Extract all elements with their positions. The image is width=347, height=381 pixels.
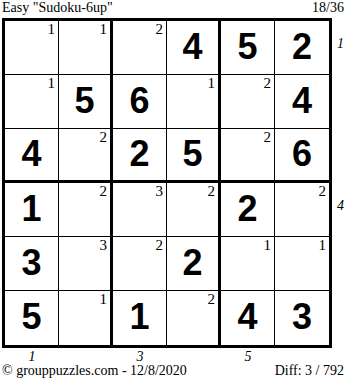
- cell-r2c6[interactable]: 4: [275, 75, 329, 129]
- given-digit: 6: [292, 136, 312, 172]
- cell-r6c2[interactable]: 1: [59, 291, 113, 345]
- cell-r3c2[interactable]: 2: [59, 129, 113, 183]
- given-digit: 3: [21, 245, 41, 281]
- pencil-mark: 3: [156, 183, 164, 200]
- given-digit: 5: [21, 299, 41, 335]
- pencil-mark: 1: [264, 237, 272, 254]
- pencil-mark: 3: [100, 237, 108, 254]
- cell-r5c5[interactable]: 1: [221, 237, 275, 291]
- pencil-mark: 2: [156, 237, 164, 254]
- pencil-mark: 1: [48, 21, 56, 38]
- cell-r1c6[interactable]: 2: [275, 21, 329, 75]
- cell-r2c3[interactable]: 6: [113, 75, 167, 129]
- given-digit: 4: [21, 136, 41, 172]
- footer-copyright: © grouppuzzles.com - 12/8/2020: [2, 363, 187, 379]
- given-digit: 5: [237, 29, 257, 65]
- page-title: Easy "Sudoku-6up": [2, 0, 113, 16]
- cell-r6c6[interactable]: 3: [275, 291, 329, 345]
- given-digit: 4: [182, 29, 202, 65]
- cell-r5c4[interactable]: 2: [167, 237, 221, 291]
- cell-r5c1[interactable]: 3: [5, 237, 59, 291]
- cell-r2c2[interactable]: 5: [59, 75, 113, 129]
- cell-r4c5[interactable]: 2: [221, 183, 275, 237]
- cell-r1c5[interactable]: 5: [221, 21, 275, 75]
- pencil-mark: 1: [100, 291, 108, 308]
- cell-r2c4[interactable]: 1: [167, 75, 221, 129]
- cell-r6c3[interactable]: 1: [113, 291, 167, 345]
- footer-difficulty: Diff: 3 / 792: [275, 363, 344, 379]
- pencil-mark: 2: [319, 183, 327, 200]
- given-digit: 5: [182, 136, 202, 172]
- cell-r3c4[interactable]: 5: [167, 129, 221, 183]
- pencil-mark: 2: [264, 75, 272, 92]
- cell-r6c1[interactable]: 5: [5, 291, 59, 345]
- cell-r6c5[interactable]: 4: [221, 291, 275, 345]
- cell-r5c3[interactable]: 2: [113, 237, 167, 291]
- pencil-mark: 1: [208, 75, 216, 92]
- cell-r5c2[interactable]: 3: [59, 237, 113, 291]
- cell-r3c1[interactable]: 4: [5, 129, 59, 183]
- given-digit: 3: [292, 299, 312, 335]
- cell-r2c5[interactable]: 2: [221, 75, 275, 129]
- cell-r4c3[interactable]: 3: [113, 183, 167, 237]
- given-digit: 4: [237, 299, 257, 335]
- cell-r3c6[interactable]: 6: [275, 129, 329, 183]
- cell-r3c5[interactable]: 2: [221, 129, 275, 183]
- given-digit: 2: [182, 245, 202, 281]
- cell-r1c4[interactable]: 4: [167, 21, 221, 75]
- given-digit: 6: [129, 83, 149, 119]
- pencil-mark: 1: [48, 75, 56, 92]
- pencil-mark: 1: [100, 21, 108, 38]
- given-digit: 5: [74, 83, 94, 119]
- given-digit: 1: [129, 299, 149, 335]
- cell-r1c2[interactable]: 1: [59, 21, 113, 75]
- pencil-mark: 2: [208, 183, 216, 200]
- row-label-1: 1: [337, 36, 344, 52]
- sudoku-grid: 112452156124422526123222332211511243: [2, 18, 332, 348]
- pencil-mark: 2: [264, 129, 272, 146]
- cell-r4c2[interactable]: 2: [59, 183, 113, 237]
- given-digit: 2: [237, 191, 257, 227]
- given-digit: 2: [129, 136, 149, 172]
- given-digit: 4: [292, 83, 312, 119]
- pencil-mark: 2: [100, 129, 108, 146]
- cell-r3c3[interactable]: 2: [113, 129, 167, 183]
- pencil-mark: 2: [100, 183, 108, 200]
- col-label-5: 5: [221, 349, 275, 365]
- pencil-mark: 2: [208, 291, 216, 308]
- cell-r4c6[interactable]: 2: [275, 183, 329, 237]
- cell-r5c6[interactable]: 1: [275, 237, 329, 291]
- givens-counter: 18/36: [312, 0, 344, 16]
- given-digit: 1: [21, 191, 41, 227]
- cell-r1c3[interactable]: 2: [113, 21, 167, 75]
- cell-r2c1[interactable]: 1: [5, 75, 59, 129]
- cell-r6c4[interactable]: 2: [167, 291, 221, 345]
- row-label-4: 4: [337, 198, 344, 214]
- given-digit: 2: [292, 29, 312, 65]
- cell-r4c1[interactable]: 1: [5, 183, 59, 237]
- cell-r1c1[interactable]: 1: [5, 21, 59, 75]
- cell-r4c4[interactable]: 2: [167, 183, 221, 237]
- pencil-mark: 2: [156, 21, 164, 38]
- pencil-mark: 1: [319, 237, 327, 254]
